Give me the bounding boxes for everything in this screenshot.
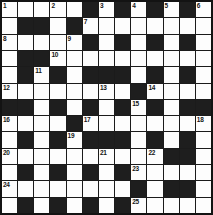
cell-r12c2[interactable] <box>18 181 33 196</box>
cell-r5c8-block <box>115 67 130 82</box>
cell-r4c13[interactable] <box>196 51 211 66</box>
cell-r10c13[interactable] <box>196 149 211 164</box>
cell-r11c13[interactable] <box>196 165 211 180</box>
cell-r7c12-block <box>180 100 195 115</box>
cell-r4c12[interactable] <box>180 51 195 66</box>
cell-r9c11[interactable] <box>164 132 179 147</box>
cell-r1c13[interactable]: 6 <box>196 2 211 17</box>
clue-number-19: 19 <box>68 132 75 140</box>
cell-r3c11[interactable] <box>164 35 179 50</box>
cell-r5c7-block <box>99 67 114 82</box>
cell-r13c5[interactable] <box>67 198 82 213</box>
clue-number-3: 3 <box>100 2 103 10</box>
cell-r2c3-block <box>34 18 49 33</box>
cell-r5c4-block <box>50 67 65 82</box>
cell-r8c7[interactable] <box>99 116 114 131</box>
cell-r12c1[interactable]: 24 <box>2 181 17 196</box>
cell-r2c7[interactable] <box>99 18 114 33</box>
cell-r11c6-block <box>83 165 98 180</box>
cell-r13c6-block <box>83 198 98 213</box>
cell-r8c2[interactable] <box>18 116 33 131</box>
cell-r2c13[interactable] <box>196 18 211 33</box>
cell-r12c12-block <box>180 181 195 196</box>
cell-r9c1[interactable] <box>2 132 17 147</box>
cell-r10c9[interactable] <box>131 149 146 164</box>
cell-r9c5[interactable]: 19 <box>67 132 82 147</box>
cell-r3c8-block <box>115 35 130 50</box>
clue-number-10: 10 <box>51 51 58 59</box>
cell-r11c3[interactable] <box>34 165 49 180</box>
cell-r6c7[interactable]: 13 <box>99 84 114 99</box>
clue-number-23: 23 <box>132 165 139 173</box>
cell-r7c13-block <box>196 100 211 115</box>
cell-r10c5[interactable] <box>67 149 82 164</box>
cell-r10c4[interactable] <box>50 149 65 164</box>
cell-r12c10[interactable] <box>147 181 162 196</box>
cell-r9c7-block <box>99 132 114 147</box>
cell-r12c4[interactable] <box>50 181 65 196</box>
cell-r6c4[interactable] <box>50 84 65 99</box>
cell-r8c13[interactable]: 18 <box>196 116 211 131</box>
cell-r9c6-block <box>83 132 98 147</box>
cell-r5c3[interactable]: 11 <box>34 67 49 82</box>
cell-r13c13[interactable] <box>196 198 211 213</box>
cell-r6c3[interactable] <box>34 84 49 99</box>
clue-number-9: 9 <box>68 35 71 43</box>
cell-r8c8[interactable] <box>115 116 130 131</box>
cell-r2c4[interactable] <box>50 18 65 33</box>
cell-r12c5[interactable] <box>67 181 82 196</box>
cell-r3c7[interactable] <box>99 35 114 50</box>
clue-number-13: 13 <box>100 84 107 92</box>
cell-r1c8-block <box>115 2 130 17</box>
cell-r11c8-block <box>115 165 130 180</box>
cell-r7c5[interactable] <box>67 100 82 115</box>
cell-r4c11[interactable] <box>164 51 179 66</box>
cell-r11c4-block <box>50 165 65 180</box>
cell-r4c7[interactable] <box>99 51 114 66</box>
cell-r3c3[interactable] <box>34 35 49 50</box>
clue-number-6: 6 <box>197 2 200 10</box>
cell-r7c2-block <box>18 100 33 115</box>
cell-r12c3[interactable] <box>34 181 49 196</box>
cell-r12c7[interactable] <box>99 181 114 196</box>
cell-r7c1-block <box>2 100 17 115</box>
cell-r6c6[interactable] <box>83 84 98 99</box>
cell-r8c12[interactable] <box>180 116 195 131</box>
cell-r2c2-block <box>18 18 33 33</box>
cell-r13c7[interactable] <box>99 198 114 213</box>
cell-r5c13[interactable] <box>196 67 211 82</box>
clue-number-2: 2 <box>51 2 54 10</box>
cell-r3c10-block <box>147 35 162 50</box>
cell-r13c2-block <box>18 198 33 213</box>
clue-number-15: 15 <box>132 100 139 108</box>
clue-number-20: 20 <box>3 149 10 157</box>
cell-r9c2-block <box>18 132 33 147</box>
cell-r1c2[interactable] <box>18 2 33 17</box>
clue-number-5: 5 <box>165 2 168 10</box>
cell-r7c3[interactable] <box>34 100 49 115</box>
cell-r3c6-block <box>83 35 98 50</box>
cell-r8c4[interactable] <box>50 116 65 131</box>
cell-r7c9[interactable]: 15 <box>131 100 146 115</box>
cell-r1c4[interactable]: 2 <box>50 2 65 17</box>
cell-r6c10[interactable]: 14 <box>147 84 162 99</box>
clue-number-24: 24 <box>3 181 10 189</box>
cell-r10c11-block <box>164 149 179 164</box>
cell-r12c11-block <box>164 181 179 196</box>
cell-r1c1[interactable]: 1 <box>2 2 17 17</box>
cell-r4c1[interactable] <box>2 51 17 66</box>
cell-r4c4[interactable]: 10 <box>50 51 65 66</box>
cell-r3c13[interactable] <box>196 35 211 50</box>
cell-r7c8-block <box>115 100 130 115</box>
cell-r8c5-block <box>67 116 82 131</box>
cell-r1c10-block <box>147 2 162 17</box>
cell-r13c4-block <box>50 198 65 213</box>
cell-r3c1[interactable]: 8 <box>2 35 17 50</box>
cell-r11c2-block <box>18 165 33 180</box>
cell-r1c5[interactable] <box>67 2 82 17</box>
cell-r2c6[interactable]: 7 <box>83 18 98 33</box>
cell-r9c10-block <box>147 132 162 147</box>
clue-number-25: 25 <box>132 198 139 206</box>
cell-r8c9[interactable] <box>131 116 146 131</box>
cell-r12c9-block <box>131 181 146 196</box>
crossword-page: 1234567891011121314151617181920212223242… <box>0 0 213 215</box>
cell-r9c9[interactable] <box>131 132 146 147</box>
cell-r11c1[interactable] <box>2 165 17 180</box>
cell-r12c13[interactable] <box>196 181 211 196</box>
cell-r1c7[interactable]: 3 <box>99 2 114 17</box>
cell-r5c5[interactable] <box>67 67 82 82</box>
clue-number-14: 14 <box>148 84 155 92</box>
clue-number-12: 12 <box>3 84 10 92</box>
cell-r6c8[interactable] <box>115 84 130 99</box>
cell-r8c3[interactable] <box>34 116 49 131</box>
cell-r5c10-block <box>147 67 162 82</box>
cell-r4c6[interactable] <box>83 51 98 66</box>
cell-r1c3[interactable] <box>34 2 49 17</box>
cell-r9c3[interactable] <box>34 132 49 147</box>
clue-number-17: 17 <box>84 116 91 124</box>
cell-r8c11[interactable] <box>164 116 179 131</box>
cell-r8c6[interactable]: 17 <box>83 116 98 131</box>
cell-r9c13[interactable] <box>196 132 211 147</box>
cell-r4c5[interactable] <box>67 51 82 66</box>
cell-r6c9-block <box>131 84 146 99</box>
cell-r2c11[interactable] <box>164 18 179 33</box>
cell-r5c6-block <box>83 67 98 82</box>
clue-number-11: 11 <box>35 67 41 75</box>
cell-r12c8[interactable] <box>115 181 130 196</box>
cell-r9c12-block <box>180 132 195 147</box>
cell-r7c6-block <box>83 100 98 115</box>
crossword-grid: 1234567891011121314151617181920212223242… <box>0 0 213 215</box>
cell-r1c6-block <box>83 2 98 17</box>
clue-number-1: 1 <box>3 2 6 10</box>
cell-r10c6[interactable] <box>83 149 98 164</box>
cell-r2c5-block <box>67 18 82 33</box>
cell-r3c9[interactable] <box>131 35 146 50</box>
cell-r6c12[interactable] <box>180 84 195 99</box>
cell-r8c10[interactable] <box>147 116 162 131</box>
clue-number-22: 22 <box>148 149 155 157</box>
cell-r13c9[interactable]: 25 <box>131 198 146 213</box>
cell-r1c12-block <box>180 2 195 17</box>
cell-r13c1[interactable] <box>2 198 17 213</box>
cell-r13c12[interactable] <box>180 198 195 213</box>
cell-r5c11[interactable] <box>164 67 179 82</box>
cell-r5c12-block <box>180 67 195 82</box>
cell-r10c3[interactable] <box>34 149 49 164</box>
cell-r9c8-block <box>115 132 130 147</box>
cell-r5c2-block <box>18 67 33 82</box>
cell-r4c2-block <box>18 51 33 66</box>
cell-r10c8[interactable] <box>115 149 130 164</box>
cell-r11c10[interactable] <box>147 165 162 180</box>
cell-r10c1[interactable]: 20 <box>2 149 17 164</box>
cell-r1c11[interactable]: 5 <box>164 2 179 17</box>
cell-r11c7[interactable] <box>99 165 114 180</box>
cell-r7c10-block <box>147 100 162 115</box>
cell-r3c12-block <box>180 35 195 50</box>
cell-r2c8[interactable] <box>115 18 130 33</box>
cell-r2c10[interactable] <box>147 18 162 33</box>
cell-r4c9[interactable] <box>131 51 146 66</box>
cell-r3c5[interactable]: 9 <box>67 35 82 50</box>
cell-r7c11[interactable] <box>164 100 179 115</box>
cell-r5c1[interactable] <box>2 67 17 82</box>
cell-r11c11[interactable] <box>164 165 179 180</box>
cell-r6c1[interactable]: 12 <box>2 84 17 99</box>
cell-r1c9[interactable]: 4 <box>131 2 146 17</box>
cell-r10c10[interactable]: 22 <box>147 149 162 164</box>
cell-r11c5[interactable] <box>67 165 82 180</box>
cell-r4c8[interactable] <box>115 51 130 66</box>
cell-r6c11[interactable] <box>164 84 179 99</box>
cell-r8c1[interactable]: 16 <box>2 116 17 131</box>
cell-r12c6[interactable] <box>83 181 98 196</box>
cell-r11c9[interactable]: 23 <box>131 165 146 180</box>
cell-r10c2[interactable] <box>18 149 33 164</box>
clue-number-18: 18 <box>197 116 204 124</box>
cell-r10c7[interactable]: 21 <box>99 149 114 164</box>
cell-r3c2[interactable] <box>18 35 33 50</box>
cell-r5c9[interactable] <box>131 67 146 82</box>
cell-r13c10[interactable] <box>147 198 162 213</box>
cell-r6c5[interactable] <box>67 84 82 99</box>
cell-r10c12-block <box>180 149 195 164</box>
clue-number-7: 7 <box>84 18 87 26</box>
cell-r4c10[interactable] <box>147 51 162 66</box>
cell-r13c8-block <box>115 198 130 213</box>
cell-r2c9[interactable] <box>131 18 146 33</box>
cell-r6c13[interactable] <box>196 84 211 99</box>
cell-r11c12[interactable] <box>180 165 195 180</box>
cell-r13c3[interactable] <box>34 198 49 213</box>
cell-r4c3-block <box>34 51 49 66</box>
cell-r2c12[interactable] <box>180 18 195 33</box>
cell-r6c2[interactable] <box>18 84 33 99</box>
cell-r2c1[interactable] <box>2 18 17 33</box>
clue-number-8: 8 <box>3 35 6 43</box>
cell-r13c11[interactable] <box>164 198 179 213</box>
cell-r7c7[interactable] <box>99 100 114 115</box>
clue-number-4: 4 <box>132 2 135 10</box>
cell-r9c4-block <box>50 132 65 147</box>
cell-r3c4[interactable] <box>50 35 65 50</box>
clue-number-16: 16 <box>3 116 10 124</box>
cell-r7c4-block <box>50 100 65 115</box>
clue-number-21: 21 <box>100 149 107 157</box>
